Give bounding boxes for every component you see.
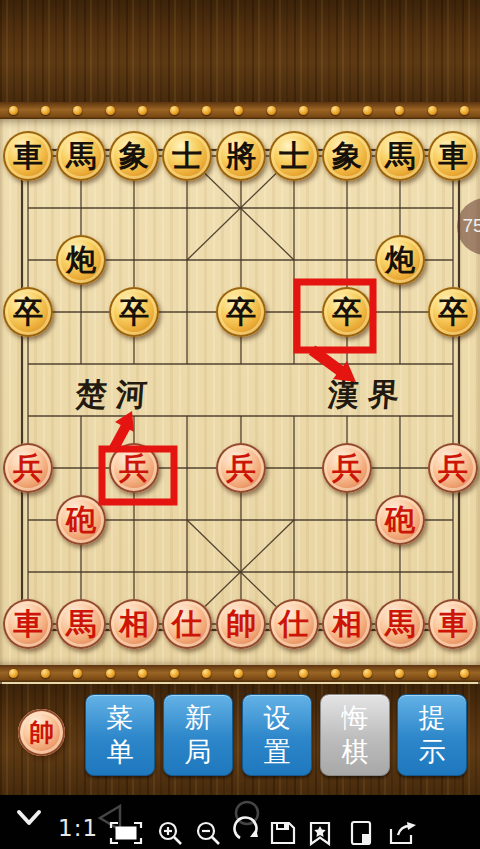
gold-stud: [138, 669, 147, 678]
gold-stud: [267, 106, 276, 115]
save-icon[interactable]: [270, 821, 296, 845]
red-piece-相[interactable]: 相: [322, 599, 372, 649]
gold-stud: [428, 669, 437, 678]
red-piece-馬[interactable]: 馬: [56, 599, 106, 649]
turn-indicator-piece: 帥: [18, 709, 65, 756]
black-piece-車[interactable]: 車: [3, 131, 53, 181]
river-label-han-jie: 漢界: [327, 374, 410, 416]
gold-stud: [234, 106, 243, 115]
undo-button-label: 悔棋: [340, 701, 370, 769]
gold-stud: [299, 106, 308, 115]
red-piece-馬[interactable]: 馬: [375, 599, 425, 649]
phone-icon[interactable]: [350, 820, 372, 846]
black-piece-將[interactable]: 將: [216, 131, 266, 181]
black-piece-卒[interactable]: 卒: [3, 287, 53, 337]
red-piece-車[interactable]: 車: [3, 599, 53, 649]
zoom-ratio-label[interactable]: 1:1: [58, 815, 98, 841]
black-piece-馬[interactable]: 馬: [56, 131, 106, 181]
gold-stud: [363, 106, 372, 115]
top-wood-frame: [0, 0, 480, 103]
gold-stud: [41, 669, 50, 678]
fit-screen-icon[interactable]: [109, 821, 143, 845]
red-piece-車[interactable]: 車: [428, 599, 478, 649]
new-game-button-label: 新局: [183, 701, 213, 769]
bottom-stud-strip: [0, 665, 480, 682]
red-piece-兵[interactable]: 兵: [322, 443, 372, 493]
black-piece-馬[interactable]: 馬: [375, 131, 425, 181]
collapse-chevron-icon[interactable]: [14, 808, 44, 830]
gold-stud: [299, 669, 308, 678]
gold-stud: [202, 669, 211, 678]
new-game-button[interactable]: 新局: [163, 694, 233, 776]
zoom-in-icon[interactable]: [158, 821, 184, 847]
red-piece-兵[interactable]: 兵: [216, 443, 266, 493]
gold-stud: [267, 669, 276, 678]
gold-stud: [138, 106, 147, 115]
gold-stud: [395, 669, 404, 678]
gold-stud: [170, 106, 179, 115]
black-piece-卒[interactable]: 卒: [428, 287, 478, 337]
gold-stud: [363, 669, 372, 678]
black-piece-炮[interactable]: 炮: [56, 235, 106, 285]
black-piece-象[interactable]: 象: [109, 131, 159, 181]
red-piece-相[interactable]: 相: [109, 599, 159, 649]
black-piece-卒[interactable]: 卒: [322, 287, 372, 337]
gold-stud: [395, 106, 404, 115]
red-piece-帥[interactable]: 帥: [216, 599, 266, 649]
hint-button[interactable]: 提示: [397, 694, 467, 776]
bottom-navbar: Bai du 经验 jingyan.baidu.com 1:1: [0, 795, 480, 849]
black-piece-炮[interactable]: 炮: [375, 235, 425, 285]
red-piece-砲[interactable]: 砲: [375, 495, 425, 545]
red-piece-仕[interactable]: 仕: [269, 599, 319, 649]
gold-stud: [73, 669, 82, 678]
share-icon[interactable]: [389, 821, 417, 845]
gold-stud: [9, 669, 18, 678]
red-piece-仕[interactable]: 仕: [162, 599, 212, 649]
gold-stud: [460, 669, 469, 678]
red-piece-兵[interactable]: 兵: [428, 443, 478, 493]
black-piece-士[interactable]: 士: [269, 131, 319, 181]
river-label-chu-he: 楚河: [75, 374, 158, 416]
zoom-out-icon[interactable]: [196, 821, 222, 847]
undo-button[interactable]: 悔棋: [320, 694, 390, 776]
gold-stud: [234, 669, 243, 678]
menu-button[interactable]: 菜单: [85, 694, 155, 776]
app-screen: 楚河 漢界 車馬象士將士象馬車炮炮卒卒卒卒卒兵兵兵兵兵砲砲車馬相仕帥仕相馬車 7…: [0, 0, 480, 849]
gold-stud: [331, 106, 340, 115]
gold-stud: [331, 669, 340, 678]
gold-stud: [73, 106, 82, 115]
red-piece-兵[interactable]: 兵: [109, 443, 159, 493]
black-piece-士[interactable]: 士: [162, 131, 212, 181]
settings-button[interactable]: 设置: [242, 694, 312, 776]
black-piece-車[interactable]: 車: [428, 131, 478, 181]
top-stud-strip: [0, 102, 480, 119]
red-piece-砲[interactable]: 砲: [56, 495, 106, 545]
black-piece-卒[interactable]: 卒: [216, 287, 266, 337]
page-indicator-value: 75: [458, 215, 480, 237]
gold-stud: [41, 106, 50, 115]
gold-stud: [460, 106, 469, 115]
menu-button-label: 菜单: [105, 701, 135, 769]
gold-stud: [170, 669, 179, 678]
gold-stud: [106, 106, 115, 115]
red-piece-兵[interactable]: 兵: [3, 443, 53, 493]
settings-button-label: 设置: [262, 701, 292, 769]
black-piece-象[interactable]: 象: [322, 131, 372, 181]
gold-stud: [202, 106, 211, 115]
hint-button-label: 提示: [417, 701, 447, 769]
gold-stud: [9, 106, 18, 115]
black-piece-卒[interactable]: 卒: [109, 287, 159, 337]
bookmark-star-icon[interactable]: [309, 821, 331, 846]
gold-stud: [428, 106, 437, 115]
gold-stud: [106, 669, 115, 678]
rotate-icon[interactable]: [230, 800, 264, 844]
